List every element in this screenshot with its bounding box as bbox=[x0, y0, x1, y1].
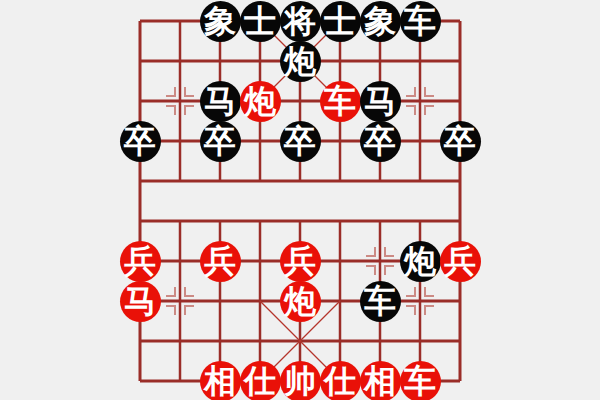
piece-red-帅-4-9[interactable]: 帅 bbox=[280, 361, 321, 400]
piece-red-兵-8-6[interactable]: 兵 bbox=[440, 241, 481, 282]
piece-red-马-0-7[interactable]: 马 bbox=[120, 281, 161, 322]
piece-black-卒-0-3[interactable]: 卒 bbox=[120, 121, 161, 162]
piece-black-士-5-0[interactable]: 士 bbox=[320, 1, 361, 42]
piece-black-炮-4-1[interactable]: 炮 bbox=[280, 41, 321, 82]
piece-black-卒-6-3[interactable]: 卒 bbox=[360, 121, 401, 162]
piece-black-车-6-7[interactable]: 车 bbox=[360, 281, 401, 322]
piece-red-车-5-2[interactable]: 车 bbox=[320, 81, 361, 122]
piece-red-车-7-9[interactable]: 车 bbox=[400, 361, 441, 400]
piece-red-兵-4-6[interactable]: 兵 bbox=[280, 241, 321, 282]
piece-red-相-6-9[interactable]: 相 bbox=[360, 361, 401, 400]
piece-black-车-7-0[interactable]: 车 bbox=[400, 1, 441, 42]
piece-black-卒-8-3[interactable]: 卒 bbox=[440, 121, 481, 162]
piece-red-兵-0-6[interactable]: 兵 bbox=[120, 241, 161, 282]
piece-black-将-4-0[interactable]: 将 bbox=[280, 1, 321, 42]
piece-black-马-2-2[interactable]: 马 bbox=[200, 81, 241, 122]
piece-black-卒-4-3[interactable]: 卒 bbox=[280, 121, 321, 162]
pieces-layer: 象士将士象车炮马炮车马卒卒卒卒卒兵兵兵炮兵马炮车相仕帅仕相车 bbox=[0, 0, 600, 400]
piece-red-仕-5-9[interactable]: 仕 bbox=[320, 361, 361, 400]
piece-black-马-6-2[interactable]: 马 bbox=[360, 81, 401, 122]
piece-red-炮-4-7[interactable]: 炮 bbox=[280, 281, 321, 322]
piece-black-炮-7-6[interactable]: 炮 bbox=[400, 241, 441, 282]
piece-red-相-2-9[interactable]: 相 bbox=[200, 361, 241, 400]
piece-black-士-3-0[interactable]: 士 bbox=[240, 1, 281, 42]
piece-red-兵-2-6[interactable]: 兵 bbox=[200, 241, 241, 282]
xiangqi-board: 象士将士象车炮马炮车马卒卒卒卒卒兵兵兵炮兵马炮车相仕帅仕相车 bbox=[0, 0, 600, 400]
piece-black-卒-2-3[interactable]: 卒 bbox=[200, 121, 241, 162]
piece-red-仕-3-9[interactable]: 仕 bbox=[240, 361, 281, 400]
piece-black-象-6-0[interactable]: 象 bbox=[360, 1, 401, 42]
piece-red-炮-3-2[interactable]: 炮 bbox=[240, 81, 281, 122]
piece-black-象-2-0[interactable]: 象 bbox=[200, 1, 241, 42]
